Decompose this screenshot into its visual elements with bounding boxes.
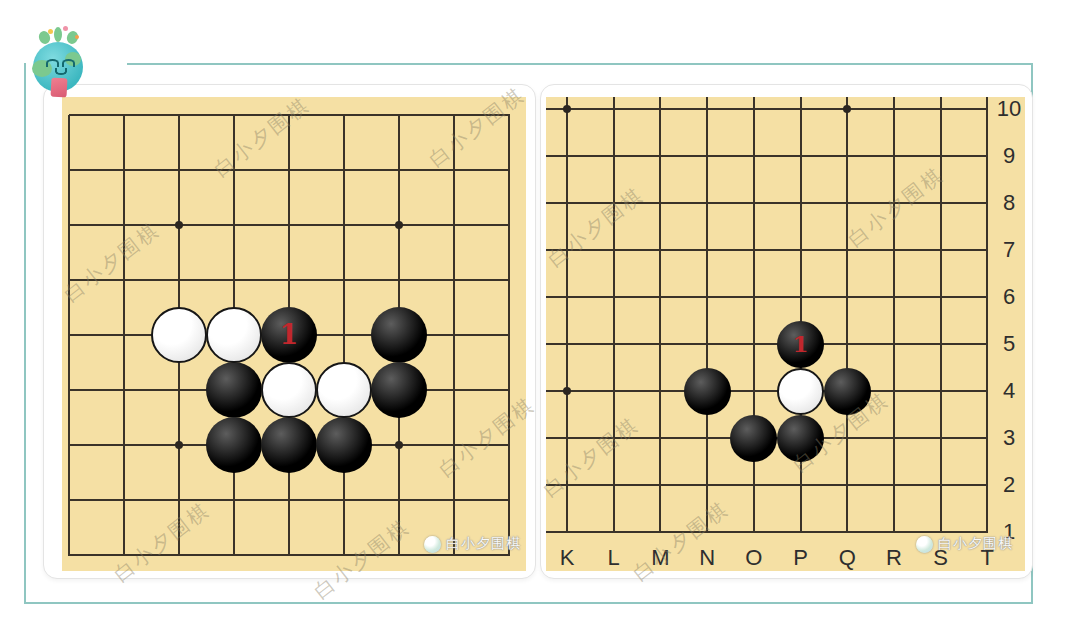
move-number-label: 1 (280, 321, 299, 348)
grid-line-vertical (800, 97, 802, 533)
grid-line-vertical (986, 97, 988, 533)
grid-line-horizontal (546, 531, 988, 533)
move-number-label: 1 (792, 332, 808, 355)
white-stone (206, 307, 262, 363)
grid-line-horizontal (546, 108, 988, 110)
watermark-text: 白小夕围棋 (433, 391, 540, 483)
watermark-text: 白小夕围棋 (537, 411, 644, 503)
mascot-book (51, 78, 68, 98)
flower-icon (48, 29, 53, 34)
row-label: 8 (1003, 190, 1015, 216)
watermark-logo-right: 白小夕围棋 (916, 535, 1013, 553)
go-board-right: 1KLMNOPQRST10987654321白小夕围棋白小夕围棋白小夕围棋白小夕… (546, 97, 1025, 571)
star-point (395, 221, 403, 229)
grid-line-vertical (940, 97, 942, 533)
black-stone (730, 415, 777, 462)
column-label: M (651, 545, 669, 571)
star-point (175, 221, 183, 229)
grid-line-horizontal (69, 169, 510, 171)
left-board-card: 1白小夕围棋白小夕围棋白小夕围棋白小夕围棋白小夕围棋白小夕围棋 白小夕围棋 (43, 84, 536, 579)
black-stone-marked-1: 1 (777, 321, 824, 368)
grid-line-horizontal (69, 499, 510, 501)
watermark-text: 白小夕围棋 (627, 495, 734, 587)
column-label: L (608, 545, 620, 571)
right-board-card: 1KLMNOPQRST10987654321白小夕围棋白小夕围棋白小夕围棋白小夕… (540, 84, 1033, 579)
row-label: 4 (1003, 378, 1015, 404)
grid-line-vertical (566, 97, 568, 533)
black-stone (316, 417, 372, 473)
watermark-logo-text: 白小夕围棋 (938, 535, 1013, 553)
grid-line-horizontal (546, 390, 988, 392)
column-label: R (886, 545, 902, 571)
frame-border-top (127, 63, 1033, 65)
watermark-text: 白小夕围棋 (842, 161, 949, 253)
watermark-text: 白小夕围棋 (542, 181, 649, 273)
earth-globe-icon (424, 536, 441, 553)
row-label: 9 (1003, 143, 1015, 169)
star-point (563, 387, 571, 395)
grid-line-vertical (706, 97, 708, 533)
grid-line-horizontal (546, 343, 988, 345)
black-stone (261, 417, 317, 473)
black-stone (371, 362, 427, 418)
grid-line-vertical (753, 97, 755, 533)
column-label: K (560, 545, 575, 571)
flower-icon (75, 35, 79, 39)
row-label: 6 (1003, 284, 1015, 310)
plant-leaf-icon (54, 27, 62, 42)
grid-line-vertical (846, 97, 848, 533)
column-label: P (793, 545, 808, 571)
white-stone (777, 368, 824, 415)
column-label: O (745, 545, 762, 571)
black-stone (777, 415, 824, 462)
column-label: N (699, 545, 715, 571)
white-stone (151, 307, 207, 363)
grid-line-horizontal (69, 224, 510, 226)
white-stone (316, 362, 372, 418)
star-point (843, 105, 851, 113)
grid-line-horizontal (546, 202, 988, 204)
row-label: 7 (1003, 237, 1015, 263)
watermark-logo-text: 白小夕围棋 (446, 535, 521, 553)
grid-line-vertical (659, 97, 661, 533)
frame-border-bottom (24, 602, 1033, 604)
row-label: 2 (1003, 472, 1015, 498)
black-stone (206, 362, 262, 418)
star-point (395, 441, 403, 449)
column-label: Q (839, 545, 856, 571)
frame-border-left (24, 63, 26, 604)
mascot-mouth (55, 68, 67, 75)
black-stone (371, 307, 427, 363)
black-stone (684, 368, 731, 415)
flower-icon (63, 26, 68, 31)
grid-line-horizontal (69, 114, 510, 116)
watermark-logo-left: 白小夕围棋 (424, 535, 521, 553)
watermark-text: 白小夕围棋 (423, 81, 530, 173)
grid-line-horizontal (546, 155, 988, 157)
row-label: 10 (997, 96, 1021, 122)
go-board-left: 1白小夕围棋白小夕围棋白小夕围棋白小夕围棋白小夕围棋白小夕围棋 (62, 97, 526, 571)
watermark-text: 白小夕围棋 (58, 216, 165, 308)
black-stone-marked-1: 1 (261, 307, 317, 363)
grid-line-horizontal (546, 296, 988, 298)
grid-line-vertical (613, 97, 615, 533)
star-point (563, 105, 571, 113)
black-stone (206, 417, 262, 473)
grid-line-horizontal (546, 484, 988, 486)
grid-line-horizontal (546, 249, 988, 251)
earth-globe-icon (916, 536, 933, 553)
row-label: 3 (1003, 425, 1015, 451)
mascot-eye (46, 59, 59, 67)
black-stone (824, 368, 871, 415)
mascot-eye (62, 59, 75, 67)
white-stone (261, 362, 317, 418)
star-point (175, 441, 183, 449)
grid-line-horizontal (69, 554, 510, 556)
grid-line-horizontal (69, 279, 510, 281)
row-label: 5 (1003, 331, 1015, 357)
grid-line-vertical (893, 97, 895, 533)
earth-mascot-logo (29, 26, 89, 92)
